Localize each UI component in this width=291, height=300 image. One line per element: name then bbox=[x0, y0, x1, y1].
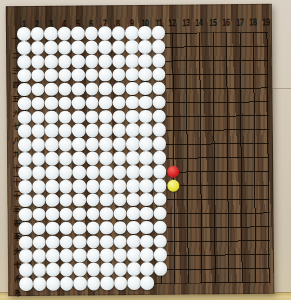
column-label: 13 bbox=[180, 15, 191, 30]
white-stone bbox=[45, 180, 59, 194]
white-stone bbox=[113, 249, 127, 263]
white-stone bbox=[73, 249, 87, 263]
white-stone bbox=[58, 124, 72, 138]
white-stone bbox=[72, 110, 86, 124]
white-stone bbox=[46, 221, 60, 235]
white-stone bbox=[72, 124, 86, 138]
white-stone bbox=[113, 151, 127, 165]
white-stone bbox=[45, 166, 59, 180]
white-stone bbox=[45, 138, 59, 152]
white-stone bbox=[152, 54, 166, 68]
white-stone bbox=[17, 55, 31, 69]
white-stone bbox=[46, 235, 60, 249]
white-stone bbox=[59, 138, 73, 152]
white-stone bbox=[85, 40, 99, 54]
white-stone bbox=[72, 180, 86, 194]
white-stone bbox=[139, 40, 153, 54]
white-stone bbox=[18, 138, 32, 152]
white-stone bbox=[98, 68, 112, 82]
white-stone bbox=[85, 110, 99, 124]
row-labels: 一二三四五六七八九十十一十二十三十四十五十六十七十八十九 bbox=[6, 4, 272, 6]
white-stone bbox=[138, 26, 152, 40]
white-stone bbox=[153, 179, 167, 193]
white-stone bbox=[85, 54, 99, 68]
white-stone bbox=[113, 235, 127, 249]
white-stone bbox=[112, 137, 126, 151]
white-stone bbox=[45, 152, 59, 166]
white-stone bbox=[46, 249, 60, 263]
white-stone bbox=[44, 55, 58, 69]
column-label: 14 bbox=[193, 14, 204, 29]
white-stone bbox=[59, 166, 73, 180]
white-stone bbox=[19, 236, 33, 250]
white-stone bbox=[127, 235, 141, 249]
white-stone bbox=[60, 277, 74, 291]
white-stone bbox=[32, 166, 46, 180]
white-stone bbox=[31, 55, 45, 69]
white-stone bbox=[45, 110, 59, 124]
white-stone bbox=[140, 165, 154, 179]
white-stone bbox=[87, 277, 101, 291]
white-stone bbox=[112, 124, 126, 138]
white-stone bbox=[46, 208, 60, 222]
white-stone bbox=[86, 179, 100, 193]
white-stone bbox=[127, 221, 141, 235]
white-stone bbox=[98, 40, 112, 54]
white-stone bbox=[139, 109, 153, 123]
white-stone bbox=[99, 96, 113, 110]
white-stone bbox=[73, 207, 87, 221]
white-stone bbox=[99, 138, 113, 152]
white-stone bbox=[58, 41, 72, 55]
white-stone bbox=[60, 263, 74, 277]
white-stone bbox=[59, 180, 73, 194]
white-stone bbox=[100, 277, 114, 291]
white-stone bbox=[72, 138, 86, 152]
white-stone bbox=[17, 41, 31, 55]
white-stone bbox=[86, 249, 100, 263]
photo-scene: 12345678910111213141516171819 一二三四五六七八九十… bbox=[0, 0, 291, 300]
white-stone bbox=[141, 276, 155, 290]
white-stone bbox=[31, 27, 45, 41]
white-stone bbox=[98, 82, 112, 96]
white-stone bbox=[125, 68, 139, 82]
column-labels: 12345678910111213141516171819 bbox=[6, 4, 272, 6]
white-stone bbox=[72, 96, 86, 110]
white-stone bbox=[127, 262, 141, 276]
white-stone bbox=[17, 27, 31, 41]
white-stone bbox=[85, 124, 99, 138]
white-stone bbox=[100, 207, 114, 221]
white-stone bbox=[45, 96, 59, 110]
white-stone bbox=[18, 83, 32, 97]
white-stone bbox=[45, 83, 59, 97]
white-stone bbox=[139, 151, 153, 165]
white-stone bbox=[58, 27, 72, 41]
white-stone bbox=[46, 194, 60, 208]
white-stone bbox=[112, 110, 126, 124]
white-stone bbox=[32, 180, 46, 194]
column-label: 18 bbox=[247, 14, 258, 29]
white-stone bbox=[126, 137, 140, 151]
white-stone bbox=[99, 193, 113, 207]
white-stone bbox=[125, 26, 139, 40]
white-stone bbox=[19, 208, 33, 222]
white-stone bbox=[46, 277, 60, 291]
white-stone bbox=[139, 123, 153, 137]
white-stone bbox=[46, 263, 60, 277]
white-stone bbox=[139, 54, 153, 68]
white-stone bbox=[71, 68, 85, 82]
white-stone bbox=[60, 249, 74, 263]
white-stone bbox=[18, 97, 32, 111]
white-stone bbox=[72, 166, 86, 180]
white-stone bbox=[86, 165, 100, 179]
white-stone bbox=[127, 276, 141, 290]
white-stone bbox=[153, 165, 167, 179]
white-stone bbox=[18, 69, 32, 83]
white-stone bbox=[140, 179, 154, 193]
white-stone bbox=[59, 152, 73, 166]
white-stone bbox=[73, 235, 87, 249]
white-stone bbox=[86, 235, 100, 249]
white-stone bbox=[71, 41, 85, 55]
white-stone bbox=[100, 263, 114, 277]
white-stone bbox=[140, 248, 154, 262]
white-stone bbox=[140, 221, 154, 235]
white-stone bbox=[139, 96, 153, 110]
white-stone bbox=[98, 26, 112, 40]
white-stone bbox=[125, 40, 139, 54]
white-stone bbox=[85, 138, 99, 152]
white-stone bbox=[44, 41, 58, 55]
white-stone bbox=[125, 82, 139, 96]
white-stone bbox=[85, 27, 99, 41]
white-stone bbox=[125, 54, 139, 68]
go-board: 12345678910111213141516171819 一二三四五六七八九十… bbox=[6, 4, 275, 296]
white-stone bbox=[72, 82, 86, 96]
white-stone bbox=[86, 152, 100, 166]
column-label: 15 bbox=[207, 14, 218, 29]
white-stone bbox=[113, 179, 127, 193]
white-stone bbox=[99, 151, 113, 165]
white-stone bbox=[19, 222, 33, 236]
white-stone bbox=[113, 165, 127, 179]
white-stone bbox=[87, 263, 101, 277]
white-stone bbox=[140, 234, 154, 248]
white-stone bbox=[100, 221, 114, 235]
white-stone bbox=[18, 166, 32, 180]
white-stone bbox=[126, 96, 140, 110]
white-stone bbox=[19, 263, 33, 277]
white-stone bbox=[31, 124, 45, 138]
white-stone bbox=[98, 54, 112, 68]
white-stone bbox=[112, 40, 126, 54]
white-stone bbox=[126, 165, 140, 179]
white-stone bbox=[44, 69, 58, 83]
white-stone bbox=[32, 152, 46, 166]
white-stone bbox=[114, 276, 128, 290]
white-stone bbox=[72, 152, 86, 166]
white-stone bbox=[114, 262, 128, 276]
white-stone bbox=[73, 221, 87, 235]
white-stone bbox=[73, 277, 87, 291]
white-stone bbox=[44, 27, 58, 41]
white-stone bbox=[139, 137, 153, 151]
white-stone bbox=[126, 110, 140, 124]
white-stone bbox=[126, 123, 140, 137]
white-stone bbox=[111, 26, 125, 40]
white-stone bbox=[19, 180, 33, 194]
white-stone bbox=[126, 179, 140, 193]
white-stone bbox=[73, 263, 87, 277]
column-label: 16 bbox=[220, 14, 231, 29]
white-stone bbox=[100, 235, 114, 249]
white-stone bbox=[152, 40, 166, 54]
white-stone bbox=[99, 124, 113, 138]
white-stone bbox=[99, 110, 113, 124]
white-stone bbox=[99, 165, 113, 179]
white-stone bbox=[99, 179, 113, 193]
white-stone bbox=[18, 124, 32, 138]
white-stone bbox=[19, 249, 33, 263]
white-stone bbox=[33, 263, 47, 277]
white-stone bbox=[140, 262, 154, 276]
white-stone bbox=[126, 193, 140, 207]
white-stone bbox=[33, 277, 47, 291]
white-stone bbox=[126, 207, 140, 221]
white-stone bbox=[71, 27, 85, 41]
column-label: 17 bbox=[234, 14, 245, 29]
white-stone bbox=[100, 249, 114, 263]
white-stone bbox=[32, 138, 46, 152]
white-stone bbox=[71, 54, 85, 68]
white-stone bbox=[58, 55, 72, 69]
white-stone bbox=[127, 248, 141, 262]
stones-layer bbox=[6, 4, 272, 6]
white-stone bbox=[18, 152, 32, 166]
white-stone bbox=[112, 54, 126, 68]
column-label: 19 bbox=[261, 14, 272, 29]
white-stone bbox=[18, 111, 32, 125]
white-stone bbox=[126, 151, 140, 165]
white-stone bbox=[73, 193, 87, 207]
white-stone bbox=[19, 277, 33, 291]
white-stone bbox=[45, 124, 59, 138]
column-label: 12 bbox=[166, 15, 177, 30]
white-stone bbox=[31, 41, 45, 55]
